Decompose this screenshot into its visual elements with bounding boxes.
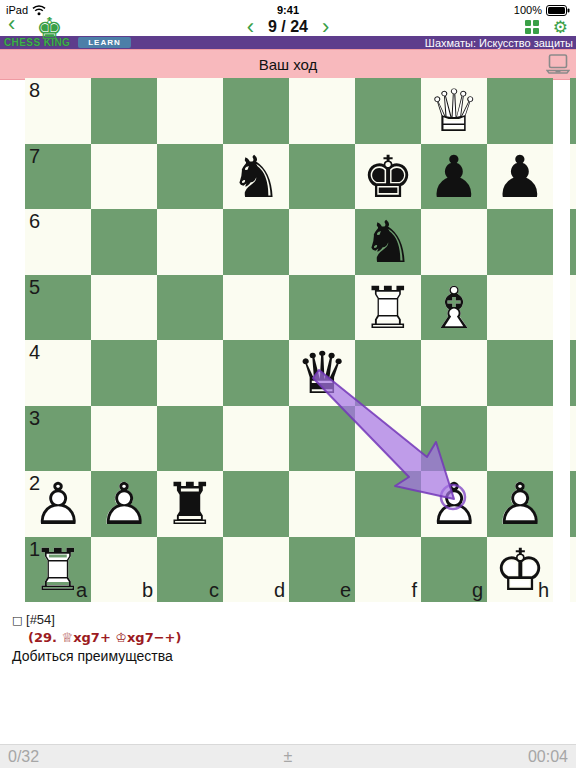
square-c2[interactable]: ♜ — [157, 471, 223, 537]
square-d2[interactable] — [223, 471, 289, 537]
square-g5[interactable]: ♝♗ — [421, 275, 487, 341]
rank-label: 2 — [29, 472, 40, 495]
square-d1[interactable]: d — [223, 537, 289, 603]
square-b2[interactable]: ♟♙ — [91, 471, 157, 537]
square-h4[interactable] — [487, 340, 553, 406]
square-c3[interactable] — [157, 406, 223, 472]
square-c6[interactable] — [157, 209, 223, 275]
square-a2[interactable]: 2♟♙ — [25, 471, 91, 537]
black-rook: ♜ — [157, 471, 223, 537]
square-h8[interactable] — [487, 78, 553, 144]
square-b1[interactable]: b — [91, 537, 157, 603]
white-rook: ♜♖ — [355, 275, 421, 341]
square-g2[interactable]: ♟♙ — [421, 471, 487, 537]
square-f2[interactable] — [355, 471, 421, 537]
square-e6[interactable] — [289, 209, 355, 275]
black-pawn: ♟ — [487, 144, 553, 210]
gear-icon[interactable]: ⚙ — [553, 19, 568, 35]
puzzle-counter: 9 / 24 — [268, 18, 308, 36]
file-label: d — [274, 579, 285, 602]
file-label: f — [411, 579, 417, 602]
square-d5[interactable] — [223, 275, 289, 341]
file-label: h — [538, 579, 549, 602]
square-f1[interactable]: f — [355, 537, 421, 603]
square-h6[interactable] — [487, 209, 553, 275]
black-knight: ♞ — [355, 209, 421, 275]
square-g3[interactable] — [421, 406, 487, 472]
square-c4[interactable] — [157, 340, 223, 406]
black-knight: ♞ — [223, 144, 289, 210]
square-g1[interactable]: g — [421, 537, 487, 603]
chess-board: 8♛♕7♞♚♟♟6♞5♜♖♝♗4♛32♟♙♟♙♜♟♙♟♙1a♜♖bcdefgh♚… — [25, 78, 553, 602]
adjacent-board-edge — [570, 78, 576, 602]
rank-label: 6 — [29, 210, 40, 233]
square-e3[interactable] — [289, 406, 355, 472]
rank-label: 1 — [29, 538, 40, 561]
square-c5[interactable] — [157, 275, 223, 341]
square-h1[interactable]: h♚♔ — [487, 537, 553, 603]
square-a5[interactable]: 5 — [25, 275, 91, 341]
white-bishop: ♝♗ — [421, 275, 487, 341]
square-g6[interactable] — [421, 209, 487, 275]
nav-bar: ‹ ♚ ‹ 9 / 24 › ⚙ — [0, 18, 576, 36]
square-g8[interactable]: ♛♕ — [421, 78, 487, 144]
elapsed-clock: 00:04 — [528, 748, 568, 766]
square-b6[interactable] — [91, 209, 157, 275]
square-f7[interactable]: ♚ — [355, 144, 421, 210]
learn-badge: LEARN — [78, 37, 131, 48]
status-bar: iPad 9:41 100% — [0, 0, 576, 18]
square-h5[interactable] — [487, 275, 553, 341]
square-a3[interactable]: 3 — [25, 406, 91, 472]
square-d7[interactable]: ♞ — [223, 144, 289, 210]
task-id: [#54] — [26, 612, 55, 627]
square-b7[interactable] — [91, 144, 157, 210]
square-d3[interactable] — [223, 406, 289, 472]
square-a7[interactable]: 7 — [25, 144, 91, 210]
square-e1[interactable]: e — [289, 537, 355, 603]
file-label: g — [472, 579, 483, 602]
square-b8[interactable] — [91, 78, 157, 144]
rank-label: 7 — [29, 145, 40, 168]
square-e7[interactable] — [289, 144, 355, 210]
square-g7[interactable]: ♟ — [421, 144, 487, 210]
brand-bar: CHESS KING LEARN Шахматы: Искусство защи… — [0, 36, 576, 49]
square-marker-icon: □ — [12, 614, 22, 627]
square-e8[interactable] — [289, 78, 355, 144]
white-queen: ♛♕ — [421, 78, 487, 144]
square-h2[interactable]: ♟♙ — [487, 471, 553, 537]
evaluation-symbol: ± — [0, 748, 576, 766]
status-time: 9:41 — [0, 4, 576, 16]
square-a8[interactable]: 8 — [25, 78, 91, 144]
square-c8[interactable] — [157, 78, 223, 144]
square-f6[interactable]: ♞ — [355, 209, 421, 275]
square-d8[interactable] — [223, 78, 289, 144]
rank-label: 8 — [29, 79, 40, 102]
square-f4[interactable] — [355, 340, 421, 406]
square-e2[interactable] — [289, 471, 355, 537]
square-b3[interactable] — [91, 406, 157, 472]
square-b5[interactable] — [91, 275, 157, 341]
computer-icon[interactable] — [546, 54, 570, 74]
square-h7[interactable]: ♟ — [487, 144, 553, 210]
white-pawn: ♟♙ — [487, 471, 553, 537]
black-king: ♚ — [355, 144, 421, 210]
file-label: c — [209, 579, 219, 602]
puzzle-list-icon[interactable] — [525, 20, 539, 34]
prev-puzzle-button[interactable]: ‹ — [247, 19, 254, 35]
file-label: a — [76, 579, 87, 602]
prompt-bar: Ваш ход — [0, 49, 576, 80]
your-move-label: Ваш ход — [259, 56, 318, 73]
square-a4[interactable]: 4 — [25, 340, 91, 406]
square-f5[interactable]: ♜♖ — [355, 275, 421, 341]
rank-label: 5 — [29, 276, 40, 299]
black-pawn: ♟ — [421, 144, 487, 210]
square-c1[interactable]: c — [157, 537, 223, 603]
square-f8[interactable] — [355, 78, 421, 144]
rank-label: 4 — [29, 341, 40, 364]
square-a1[interactable]: 1a♜♖ — [25, 537, 91, 603]
variation-line: (29. ♕xg7+ ♔xg7−+) — [28, 630, 181, 645]
square-d4[interactable] — [223, 340, 289, 406]
rank-label: 3 — [29, 407, 40, 430]
white-pawn: ♟♙ — [421, 471, 487, 537]
goal-text: Добиться преимущества — [12, 648, 181, 664]
square-b4[interactable] — [91, 340, 157, 406]
white-pawn: ♟♙ — [91, 471, 157, 537]
square-g4[interactable] — [421, 340, 487, 406]
square-f3[interactable] — [355, 406, 421, 472]
square-e5[interactable] — [289, 275, 355, 341]
footer-bar: 0/32 ± 00:04 — [0, 744, 576, 768]
square-d6[interactable] — [223, 209, 289, 275]
square-e4[interactable]: ♛ — [289, 340, 355, 406]
square-a6[interactable]: 6 — [25, 209, 91, 275]
square-c7[interactable] — [157, 144, 223, 210]
course-title: Шахматы: Искусство защиты — [425, 37, 573, 49]
square-h3[interactable] — [487, 406, 553, 472]
chess-king-logo-icon[interactable]: ♚ — [36, 14, 63, 44]
file-label: b — [142, 579, 153, 602]
puzzle-annotation: □ [#54] (29. ♕xg7+ ♔xg7−+) Добиться преи… — [12, 612, 181, 664]
black-queen: ♛ — [289, 340, 355, 406]
file-label: e — [340, 579, 351, 602]
next-puzzle-button[interactable]: › — [322, 19, 329, 35]
